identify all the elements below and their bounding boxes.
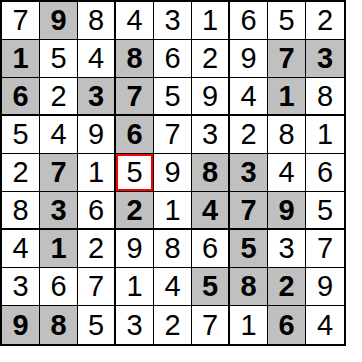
cell-r1c3[interactable]: 8 [78, 2, 116, 40]
cell-r2c8[interactable]: 7 [268, 40, 306, 78]
cell-r6c7[interactable]: 7 [230, 192, 268, 230]
cell-r7c1[interactable]: 4 [2, 230, 40, 268]
cell-r1c2[interactable]: 9 [40, 2, 78, 40]
cell-r7c7[interactable]: 5 [230, 230, 268, 268]
cell-r6c9[interactable]: 5 [306, 192, 344, 230]
cell-r4c6[interactable]: 3 [192, 116, 230, 154]
cell-r3c8[interactable]: 1 [268, 78, 306, 116]
cell-r3c3[interactable]: 3 [78, 78, 116, 116]
cell-r7c5[interactable]: 8 [154, 230, 192, 268]
cell-r2c7[interactable]: 9 [230, 40, 268, 78]
cell-r2c3[interactable]: 4 [78, 40, 116, 78]
cell-r8c3[interactable]: 7 [78, 268, 116, 306]
cell-r9c8[interactable]: 6 [268, 306, 306, 344]
cell-r5c3[interactable]: 1 [78, 154, 116, 192]
cell-r5c9[interactable]: 6 [306, 154, 344, 192]
cell-r9c7[interactable]: 1 [230, 306, 268, 344]
cell-r6c8[interactable]: 9 [268, 192, 306, 230]
cell-r8c5[interactable]: 4 [154, 268, 192, 306]
cell-r6c3[interactable]: 6 [78, 192, 116, 230]
cell-r2c1[interactable]: 1 [2, 40, 40, 78]
cell-r1c6[interactable]: 1 [192, 2, 230, 40]
cell-r7c3[interactable]: 2 [78, 230, 116, 268]
cell-r7c8[interactable]: 3 [268, 230, 306, 268]
cell-r7c4[interactable]: 9 [116, 230, 154, 268]
cell-r1c9[interactable]: 2 [306, 2, 344, 40]
sudoku-board: 7984316521548629736237594185496732812715… [0, 0, 346, 346]
cell-r3c5[interactable]: 5 [154, 78, 192, 116]
cell-r4c4[interactable]: 6 [116, 116, 154, 154]
cell-r6c5[interactable]: 1 [154, 192, 192, 230]
cell-r8c1[interactable]: 3 [2, 268, 40, 306]
cell-r6c4[interactable]: 2 [116, 192, 154, 230]
cell-r4c7[interactable]: 2 [230, 116, 268, 154]
cell-r9c1[interactable]: 9 [2, 306, 40, 344]
cell-r8c8[interactable]: 2 [268, 268, 306, 306]
cell-r5c4[interactable]: 5 [116, 154, 154, 192]
cell-r9c4[interactable]: 3 [116, 306, 154, 344]
cell-r6c2[interactable]: 3 [40, 192, 78, 230]
cell-r4c5[interactable]: 7 [154, 116, 192, 154]
cell-r8c6[interactable]: 5 [192, 268, 230, 306]
cell-r1c7[interactable]: 6 [230, 2, 268, 40]
cell-r3c1[interactable]: 6 [2, 78, 40, 116]
cell-r2c6[interactable]: 2 [192, 40, 230, 78]
cell-r4c9[interactable]: 1 [306, 116, 344, 154]
cell-r3c6[interactable]: 9 [192, 78, 230, 116]
cell-r5c8[interactable]: 4 [268, 154, 306, 192]
cell-r3c2[interactable]: 2 [40, 78, 78, 116]
cell-r1c8[interactable]: 5 [268, 2, 306, 40]
cell-r8c4[interactable]: 1 [116, 268, 154, 306]
cell-r5c2[interactable]: 7 [40, 154, 78, 192]
cell-r9c5[interactable]: 2 [154, 306, 192, 344]
cell-r2c9[interactable]: 3 [306, 40, 344, 78]
cell-r9c2[interactable]: 8 [40, 306, 78, 344]
cell-r6c1[interactable]: 8 [2, 192, 40, 230]
cell-r6c6[interactable]: 4 [192, 192, 230, 230]
cell-r7c2[interactable]: 1 [40, 230, 78, 268]
cell-r9c9[interactable]: 4 [306, 306, 344, 344]
cell-r2c4[interactable]: 8 [116, 40, 154, 78]
cell-r3c9[interactable]: 8 [306, 78, 344, 116]
cell-r2c5[interactable]: 6 [154, 40, 192, 78]
cell-r3c4[interactable]: 7 [116, 78, 154, 116]
cell-r4c3[interactable]: 9 [78, 116, 116, 154]
cell-r1c4[interactable]: 4 [116, 2, 154, 40]
cell-r9c6[interactable]: 7 [192, 306, 230, 344]
cell-r1c1[interactable]: 7 [2, 2, 40, 40]
cell-r3c7[interactable]: 4 [230, 78, 268, 116]
cell-r2c2[interactable]: 5 [40, 40, 78, 78]
cell-r4c8[interactable]: 8 [268, 116, 306, 154]
cell-r8c9[interactable]: 9 [306, 268, 344, 306]
cell-r5c7[interactable]: 3 [230, 154, 268, 192]
cell-r5c5[interactable]: 9 [154, 154, 192, 192]
cell-r9c3[interactable]: 5 [78, 306, 116, 344]
cell-r8c2[interactable]: 6 [40, 268, 78, 306]
cell-r5c6[interactable]: 8 [192, 154, 230, 192]
cell-r1c5[interactable]: 3 [154, 2, 192, 40]
cell-r7c6[interactable]: 6 [192, 230, 230, 268]
cell-r4c1[interactable]: 5 [2, 116, 40, 154]
cell-r4c2[interactable]: 4 [40, 116, 78, 154]
cell-r8c7[interactable]: 8 [230, 268, 268, 306]
cell-r7c9[interactable]: 7 [306, 230, 344, 268]
cell-r5c1[interactable]: 2 [2, 154, 40, 192]
